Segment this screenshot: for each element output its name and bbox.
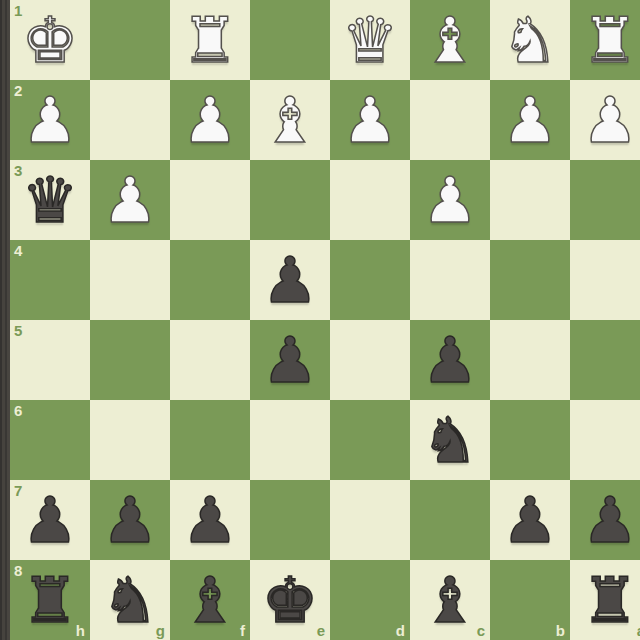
square-c1[interactable]: ♝	[410, 0, 490, 80]
square-h6[interactable]: 6	[10, 400, 90, 480]
square-b4[interactable]	[490, 240, 570, 320]
square-g6[interactable]	[90, 400, 170, 480]
square-f1[interactable]: ♜	[170, 0, 250, 80]
square-a5[interactable]	[570, 320, 640, 400]
square-d6[interactable]	[330, 400, 410, 480]
black-king-e8[interactable]: ♚	[250, 560, 330, 640]
square-a2[interactable]: ♟	[570, 80, 640, 160]
white-pawn-c3[interactable]: ♟	[410, 160, 490, 240]
square-b5[interactable]	[490, 320, 570, 400]
rank-label-6: 6	[14, 403, 22, 418]
square-e1[interactable]	[250, 0, 330, 80]
black-pawn-b7[interactable]: ♟	[490, 480, 570, 560]
square-e4[interactable]: ♟	[250, 240, 330, 320]
left-gutter	[0, 0, 10, 640]
square-c4[interactable]	[410, 240, 490, 320]
rank-label-4: 4	[14, 243, 22, 258]
black-pawn-f7[interactable]: ♟	[170, 480, 250, 560]
black-rook-h8[interactable]: ♜	[10, 560, 90, 640]
square-a7[interactable]: ♟	[570, 480, 640, 560]
square-f4[interactable]	[170, 240, 250, 320]
square-c8[interactable]: c♝	[410, 560, 490, 640]
square-b6[interactable]	[490, 400, 570, 480]
square-e3[interactable]	[250, 160, 330, 240]
black-pawn-h7[interactable]: ♟	[10, 480, 90, 560]
white-pawn-f2[interactable]: ♟	[170, 80, 250, 160]
square-a6[interactable]	[570, 400, 640, 480]
square-d8[interactable]: d	[330, 560, 410, 640]
square-g7[interactable]: ♟	[90, 480, 170, 560]
white-pawn-d2[interactable]: ♟	[330, 80, 410, 160]
square-d7[interactable]	[330, 480, 410, 560]
black-pawn-c5[interactable]: ♟	[410, 320, 490, 400]
white-rook-a1[interactable]: ♜	[570, 0, 640, 80]
square-f2[interactable]: ♟	[170, 80, 250, 160]
square-a4[interactable]	[570, 240, 640, 320]
square-g4[interactable]	[90, 240, 170, 320]
square-f8[interactable]: f♝	[170, 560, 250, 640]
square-e6[interactable]	[250, 400, 330, 480]
square-g8[interactable]: g♞	[90, 560, 170, 640]
chess-board[interactable]: 1♚♜♛♝♞♜2♟♟♝♟♟♟3♛♟♟4♟5♟♟6♞7♟♟♟♟♟8h♜g♞f♝e♚…	[10, 0, 640, 640]
square-b3[interactable]	[490, 160, 570, 240]
square-c2[interactable]	[410, 80, 490, 160]
file-label-d: d	[396, 623, 405, 638]
black-rook-a8[interactable]: ♜	[570, 560, 640, 640]
square-g3[interactable]: ♟	[90, 160, 170, 240]
square-d2[interactable]: ♟	[330, 80, 410, 160]
square-e5[interactable]: ♟	[250, 320, 330, 400]
square-b8[interactable]: b	[490, 560, 570, 640]
square-b1[interactable]: ♞	[490, 0, 570, 80]
square-h7[interactable]: 7♟	[10, 480, 90, 560]
chess-app-page: { "game": "chess", "board_style": "green…	[0, 0, 640, 640]
square-e2[interactable]: ♝	[250, 80, 330, 160]
square-d1[interactable]: ♛	[330, 0, 410, 80]
square-g2[interactable]	[90, 80, 170, 160]
file-label-b: b	[556, 623, 565, 638]
square-d4[interactable]	[330, 240, 410, 320]
square-b7[interactable]: ♟	[490, 480, 570, 560]
square-h5[interactable]: 5	[10, 320, 90, 400]
square-h1[interactable]: 1♚	[10, 0, 90, 80]
black-pawn-e5[interactable]: ♟	[250, 320, 330, 400]
square-a3[interactable]	[570, 160, 640, 240]
square-e8[interactable]: e♚	[250, 560, 330, 640]
square-f3[interactable]	[170, 160, 250, 240]
square-b2[interactable]: ♟	[490, 80, 570, 160]
square-d3[interactable]	[330, 160, 410, 240]
black-pawn-a7[interactable]: ♟	[570, 480, 640, 560]
black-knight-c6[interactable]: ♞	[410, 400, 490, 480]
white-bishop-c1[interactable]: ♝	[410, 0, 490, 80]
square-h4[interactable]: 4	[10, 240, 90, 320]
square-h2[interactable]: 2♟	[10, 80, 90, 160]
black-bishop-f8[interactable]: ♝	[170, 560, 250, 640]
white-pawn-g3[interactable]: ♟	[90, 160, 170, 240]
square-d5[interactable]	[330, 320, 410, 400]
square-f6[interactable]	[170, 400, 250, 480]
square-c3[interactable]: ♟	[410, 160, 490, 240]
white-pawn-h2[interactable]: ♟	[10, 80, 90, 160]
black-queen-h3[interactable]: ♛	[10, 160, 90, 240]
white-rook-f1[interactable]: ♜	[170, 0, 250, 80]
black-bishop-c8[interactable]: ♝	[410, 560, 490, 640]
square-a1[interactable]: ♜	[570, 0, 640, 80]
square-c7[interactable]	[410, 480, 490, 560]
square-a8[interactable]: a♜	[570, 560, 640, 640]
square-f5[interactable]	[170, 320, 250, 400]
white-queen-d1[interactable]: ♛	[330, 0, 410, 80]
square-g1[interactable]	[90, 0, 170, 80]
rank-label-5: 5	[14, 323, 22, 338]
square-c5[interactable]: ♟	[410, 320, 490, 400]
white-pawn-a2[interactable]: ♟	[570, 80, 640, 160]
black-pawn-e4[interactable]: ♟	[250, 240, 330, 320]
white-king-h1[interactable]: ♚	[10, 0, 90, 80]
square-c6[interactable]: ♞	[410, 400, 490, 480]
white-pawn-b2[interactable]: ♟	[490, 80, 570, 160]
white-bishop-e2[interactable]: ♝	[250, 80, 330, 160]
black-pawn-g7[interactable]: ♟	[90, 480, 170, 560]
square-e7[interactable]	[250, 480, 330, 560]
square-h8[interactable]: 8h♜	[10, 560, 90, 640]
square-f7[interactable]: ♟	[170, 480, 250, 560]
square-h3[interactable]: 3♛	[10, 160, 90, 240]
square-g5[interactable]	[90, 320, 170, 400]
white-knight-b1[interactable]: ♞	[490, 0, 570, 80]
black-knight-g8[interactable]: ♞	[90, 560, 170, 640]
